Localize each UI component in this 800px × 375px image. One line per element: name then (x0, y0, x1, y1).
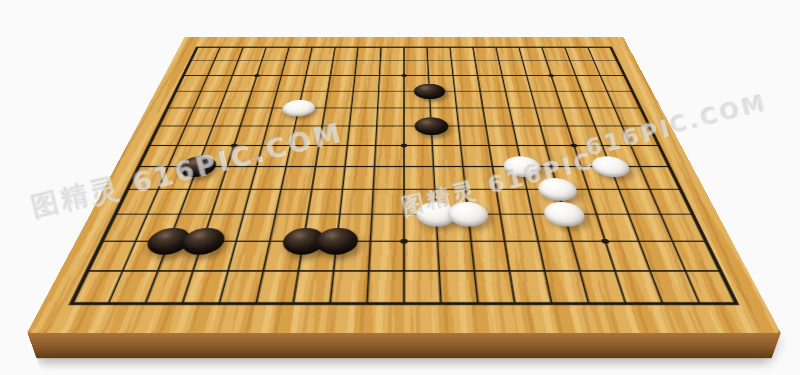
grid-line-vertical (330, 47, 358, 304)
grid-line-vertical (367, 47, 381, 304)
star-point (254, 74, 260, 77)
star-point (401, 144, 407, 147)
grid-line-vertical (473, 47, 515, 304)
image-background: 图精灵 616PIC.COM 图精灵 616PIC 616PIC.COM (0, 0, 800, 375)
go-board-scene (0, 0, 800, 375)
star-point (548, 74, 554, 77)
star-point (198, 239, 207, 244)
board-front-edge (27, 333, 780, 358)
grid-line-vertical (293, 47, 335, 304)
grid-line-vertical (108, 47, 220, 304)
grid-line-vertical (496, 47, 552, 304)
star-point (230, 144, 238, 147)
go-board[interactable] (27, 37, 780, 333)
star-point (570, 144, 578, 147)
grid-line-vertical (588, 47, 700, 304)
star-point (601, 239, 610, 244)
star-point (400, 239, 408, 244)
grid-line-vertical (450, 47, 478, 304)
black-stone (414, 117, 449, 135)
black-stone (414, 84, 446, 99)
grid-line-vertical (256, 47, 312, 304)
board-grid (71, 47, 736, 304)
star-point (401, 74, 407, 77)
